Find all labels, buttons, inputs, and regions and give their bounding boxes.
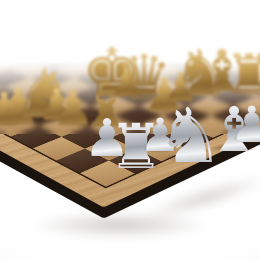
pieces-layer: ♟♟♞♟♟♝♚♟♛♟♟♞♝♜♟♜♟♞♝♟ bbox=[0, 0, 260, 260]
piece-silver-pawn: ♟ bbox=[230, 100, 260, 150]
chess-set-product-photo: ♟♟♞♟♟♝♚♟♛♟♟♞♝♜♟♜♟♞♝♟ bbox=[0, 0, 260, 260]
